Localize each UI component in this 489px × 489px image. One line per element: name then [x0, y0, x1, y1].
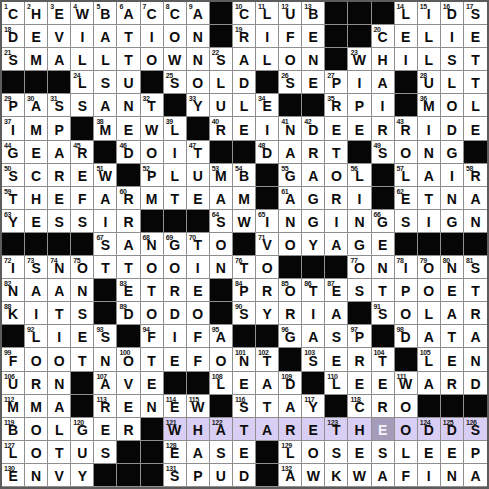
cell-r2c7: I	[141, 25, 164, 48]
cell-letter: L	[240, 99, 249, 116]
cell-r17c20: R	[441, 372, 464, 395]
block-r1c10	[210, 2, 233, 25]
block-r18c19	[418, 395, 441, 418]
clue-number: 96	[281, 326, 288, 333]
cell-letter: I	[311, 307, 315, 324]
cell-letter: A	[239, 53, 249, 70]
clue-number: 43	[397, 118, 404, 125]
cell-r5c12: 34E	[256, 94, 279, 117]
cell-letter: D	[123, 307, 133, 324]
cell-letter: E	[124, 400, 133, 417]
cell-r15c20: T	[441, 325, 464, 348]
cell-r9c3: E	[48, 187, 71, 210]
block-r17c8	[164, 372, 187, 395]
clue-number: 3	[50, 3, 54, 10]
cell-letter: A	[331, 238, 341, 255]
cell-letter: O	[400, 307, 411, 324]
cell-r13c9: E	[187, 279, 210, 302]
cell-r10c4: S	[71, 210, 94, 233]
cell-r1c7: 7C	[141, 2, 164, 25]
cell-r10c1: 63Y	[2, 210, 25, 233]
cell-letter: P	[401, 284, 410, 301]
cell-r21c21: A	[464, 464, 487, 487]
cell-letter: S	[471, 423, 480, 440]
cell-letter: L	[424, 307, 433, 324]
cell-letter: S	[101, 76, 110, 93]
cell-r12c10: N	[210, 256, 233, 279]
cell-r20c9: A	[187, 441, 210, 464]
cell-r19c21: 126S	[464, 418, 487, 441]
cell-letter: B	[8, 423, 18, 440]
cell-letter: E	[147, 377, 156, 394]
block-r12c14	[302, 256, 325, 279]
cell-letter: E	[124, 284, 133, 301]
clue-number: 45	[73, 142, 80, 149]
cell-letter: T	[471, 53, 480, 70]
cell-letter: T	[240, 261, 249, 278]
cell-r12c4: 75O	[71, 256, 94, 279]
cell-r19c14: E	[302, 418, 325, 441]
cell-letter: D	[447, 423, 457, 440]
cell-letter: Y	[78, 469, 87, 486]
cell-letter: E	[355, 446, 364, 463]
cell-r20c14: O	[302, 441, 325, 464]
cell-letter: N	[193, 53, 203, 70]
block-r7c11	[233, 141, 256, 164]
cell-letter: A	[216, 423, 226, 440]
cell-letter: K	[331, 469, 341, 486]
cell-letter: R	[239, 30, 249, 47]
cell-letter: E	[309, 76, 318, 93]
cell-r11c13: O	[279, 233, 302, 256]
clue-number: 32	[143, 95, 150, 102]
cell-r13c17: T	[372, 279, 395, 302]
cell-letter: N	[147, 238, 157, 255]
block-r20c7	[141, 441, 164, 464]
clue-number: 62	[397, 188, 404, 195]
clue-number: 22	[212, 49, 219, 56]
cell-r5c7: 32T	[141, 94, 164, 117]
clue-number: 35	[327, 95, 334, 102]
cell-letter: U	[216, 99, 226, 116]
cell-letter: O	[31, 446, 42, 463]
cell-r3c16: 23W	[348, 48, 371, 71]
cell-r12c3: 74N	[48, 256, 71, 279]
clue-number: 78	[397, 257, 404, 264]
cell-letter: V	[262, 238, 271, 255]
cell-letter: L	[401, 169, 410, 186]
cell-letter: N	[239, 354, 249, 371]
cell-letter: A	[54, 400, 64, 417]
cell-letter: A	[424, 377, 434, 394]
clue-number: 83	[119, 280, 126, 287]
cell-letter: L	[424, 53, 433, 70]
cell-letter: A	[285, 192, 295, 209]
cell-r21c14: W	[302, 464, 325, 487]
cell-letter: E	[78, 330, 87, 347]
block-r5c8	[164, 94, 187, 117]
cell-r9c11: M	[233, 187, 256, 210]
cell-letter: U	[216, 469, 226, 486]
clue-number: 114	[166, 396, 176, 403]
clue-number: 53	[212, 165, 219, 172]
cell-r13c20: E	[441, 279, 464, 302]
clue-number: 120	[73, 419, 83, 426]
cell-r21c9: P	[187, 464, 210, 487]
block-r14c5	[94, 302, 117, 325]
cell-r18c8: 114E	[164, 395, 187, 418]
cell-letter: T	[332, 423, 341, 440]
cell-r20c4: U	[71, 441, 94, 464]
cell-letter: N	[77, 284, 87, 301]
cell-letter: A	[308, 330, 318, 347]
cell-r18c2: M	[25, 395, 48, 418]
cell-letter: E	[424, 446, 433, 463]
clue-number: 117	[304, 396, 314, 403]
cell-r18c11: 116S	[233, 395, 256, 418]
block-r7c10	[210, 141, 233, 164]
clue-number: 59	[4, 188, 11, 195]
cell-letter: W	[168, 53, 181, 70]
clue-number: 11	[258, 3, 265, 10]
cell-letter: W	[353, 469, 366, 486]
cell-r8c4: E	[71, 164, 94, 187]
cell-letter: I	[450, 169, 454, 186]
block-r12c15	[325, 256, 348, 279]
cell-r10c2: E	[25, 210, 48, 233]
cell-r17c21: D	[464, 372, 487, 395]
cell-r18c13: A	[279, 395, 302, 418]
cell-r2c3: V	[48, 25, 71, 48]
clue-number: 47	[189, 142, 196, 149]
cell-letter: S	[8, 169, 17, 186]
block-r5c18	[395, 94, 418, 117]
cell-letter: W	[353, 53, 366, 70]
cell-letter: I	[358, 192, 362, 209]
block-r10c8	[164, 210, 187, 233]
cell-r16c1: 99F	[2, 348, 25, 371]
cell-r9c2: H	[25, 187, 48, 210]
cell-r7c7: O	[141, 141, 164, 164]
cell-letter: C	[31, 169, 41, 186]
cell-letter: Y	[309, 400, 318, 417]
cell-letter: E	[31, 215, 40, 232]
clue-number: 7	[143, 3, 147, 10]
clue-number: 130	[4, 465, 14, 472]
block-r17c4	[71, 372, 94, 395]
cell-r3c8: W	[164, 48, 187, 71]
cell-letter: I	[196, 261, 200, 278]
cell-letter: B	[100, 7, 110, 24]
cell-r6c7: W	[141, 117, 164, 140]
cell-letter: I	[450, 30, 454, 47]
cell-letter: D	[447, 7, 457, 24]
cell-r13c13: 85O	[279, 279, 302, 302]
cell-letter: U	[193, 169, 203, 186]
cell-r16c7: T	[141, 348, 164, 371]
clue-number: 110	[327, 373, 337, 380]
cell-r3c9: N	[187, 48, 210, 71]
cell-r5c1: 29P	[2, 94, 25, 117]
cell-letter: T	[448, 330, 457, 347]
cell-r14c7: O	[141, 302, 164, 325]
cell-letter: U	[8, 377, 18, 394]
clue-number: 94	[143, 326, 150, 333]
cell-letter: C	[8, 7, 18, 24]
block-r9c12	[256, 187, 279, 210]
block-r4c7	[141, 71, 164, 94]
cell-letter: O	[31, 423, 42, 440]
clue-number: 72	[4, 257, 11, 264]
cell-letter: O	[423, 284, 434, 301]
cell-r1c2: 2H	[25, 2, 48, 25]
cell-r6c14: 42D	[302, 117, 325, 140]
cell-letter: T	[147, 354, 156, 371]
cell-r2c9: N	[187, 25, 210, 48]
cell-r16c15: E	[325, 348, 348, 371]
clue-number: 105	[420, 349, 430, 356]
clue-number: 82	[4, 280, 11, 287]
cell-letter: N	[447, 469, 457, 486]
cell-letter: O	[215, 238, 226, 255]
cell-letter: T	[424, 192, 433, 209]
cell-r7c19: N	[418, 141, 441, 164]
cell-letter: T	[240, 423, 249, 440]
clue-number: 101	[235, 349, 245, 356]
cell-letter: P	[147, 169, 156, 186]
cell-letter: H	[193, 423, 203, 440]
clue-number: 98	[397, 326, 404, 333]
block-r16c18	[395, 348, 418, 371]
cell-letter: G	[446, 215, 457, 232]
cell-r13c1: 82N	[2, 279, 25, 302]
cell-r3c10: 22S	[210, 48, 233, 71]
cell-r15c21: A	[464, 325, 487, 348]
cell-r5c16: P	[348, 94, 371, 117]
cell-r17c17: E	[372, 372, 395, 395]
cell-r19c15: 123T	[325, 418, 348, 441]
cell-r3c13: O	[279, 48, 302, 71]
cell-letter: Y	[309, 238, 318, 255]
block-r9c17	[372, 187, 395, 210]
cell-letter: P	[239, 284, 248, 301]
cell-letter: I	[80, 30, 84, 47]
cell-r1c18: 14L	[395, 2, 418, 25]
cell-r4c14: E	[302, 71, 325, 94]
cell-r14c2: I	[25, 302, 48, 325]
clue-number: 9	[189, 3, 193, 10]
cell-letter: S	[286, 76, 295, 93]
cell-r12c17: N	[372, 256, 395, 279]
cell-r18c7: N	[141, 395, 164, 418]
cell-r12c16: 77O	[348, 256, 371, 279]
cell-letter: A	[100, 99, 110, 116]
cell-r8c16: 56L	[348, 164, 371, 187]
cell-r15c2: 92L	[25, 325, 48, 348]
cell-letter: R	[262, 284, 272, 301]
cell-letter: O	[331, 169, 342, 186]
cell-r12c12: O	[256, 256, 279, 279]
cell-r7c14: R	[302, 141, 325, 164]
cell-letter: S	[78, 215, 87, 232]
cell-r16c16: R	[348, 348, 371, 371]
cell-letter: N	[123, 99, 133, 116]
cell-r7c17: 49S	[372, 141, 395, 164]
cell-r17c10: 108L	[210, 372, 233, 395]
clue-number: 125	[443, 419, 453, 426]
cell-r8c10: 53M	[210, 164, 233, 187]
block-r19c7	[141, 418, 164, 441]
block-r11c21	[464, 233, 487, 256]
clue-number: 52	[143, 165, 150, 172]
cell-r4c6: U	[117, 71, 140, 94]
cell-letter: E	[193, 284, 202, 301]
cell-letter: I	[57, 330, 61, 347]
block-r6c9	[187, 117, 210, 140]
cell-letter: M	[30, 53, 42, 70]
cell-letter: T	[124, 30, 133, 47]
cell-letter: P	[8, 99, 17, 116]
cell-r4c8: 25S	[164, 71, 187, 94]
cell-letter: S	[216, 53, 225, 70]
cell-letter: G	[77, 423, 88, 440]
cell-letter: A	[331, 307, 341, 324]
cell-letter: L	[263, 7, 272, 24]
cell-letter: R	[216, 123, 226, 140]
cell-letter: N	[285, 123, 295, 140]
cell-letter: T	[124, 53, 133, 70]
cell-r8c14: A	[302, 164, 325, 187]
cell-letter: S	[378, 146, 387, 163]
cell-letter: M	[238, 192, 250, 209]
cell-letter: F	[286, 30, 295, 47]
cell-r17c3: N	[48, 372, 71, 395]
clue-number: 74	[50, 257, 57, 264]
cell-r20c18: L	[395, 441, 418, 464]
cell-r20c1: 127L	[2, 441, 25, 464]
block-r2c15	[325, 25, 348, 48]
cell-letter: D	[470, 377, 480, 394]
cell-letter: L	[170, 169, 179, 186]
cell-letter: E	[447, 446, 456, 463]
cell-r8c18: 57L	[395, 164, 418, 187]
cell-letter: L	[424, 354, 433, 371]
cell-letter: H	[31, 192, 41, 209]
cell-r2c4: I	[71, 25, 94, 48]
cell-letter: S	[216, 446, 225, 463]
cell-r20c19: E	[418, 441, 441, 464]
cell-r1c11: 10C	[233, 2, 256, 25]
cell-r9c18: 62E	[395, 187, 418, 210]
cell-r21c18: F	[395, 464, 418, 487]
clue-number: 69	[166, 234, 173, 241]
cell-r10c15: I	[325, 210, 348, 233]
cell-letter: R	[378, 400, 388, 417]
cell-r8c2: C	[25, 164, 48, 187]
cell-r4c13: 26S	[279, 71, 302, 94]
cell-letter: W	[307, 469, 320, 486]
clue-number: 65	[258, 211, 265, 218]
clue-number: 129	[281, 442, 291, 449]
cell-r9c16: I	[348, 187, 371, 210]
crossword-grid: 1C2H3E4W5B6A7C8C9A10C11L12U13B14L15I16D1…	[0, 0, 489, 489]
cell-letter: R	[354, 354, 364, 371]
cell-r2c11: 19R	[233, 25, 256, 48]
cell-r1c8: 8C	[164, 2, 187, 25]
cell-r5c4: S	[71, 94, 94, 117]
cell-r12c1: 72I	[2, 256, 25, 279]
clue-number: 48	[258, 142, 265, 149]
cell-letter: W	[237, 215, 250, 232]
block-r1c15	[325, 2, 348, 25]
cell-letter: A	[470, 330, 480, 347]
cell-r3c6: T	[117, 48, 140, 71]
cell-r11c6: A	[117, 233, 140, 256]
cell-r9c9: E	[187, 187, 210, 210]
cell-letter: W	[168, 423, 181, 440]
cell-letter: S	[471, 7, 480, 24]
cell-r4c15: 27P	[325, 71, 348, 94]
cell-r1c19: 15I	[418, 2, 441, 25]
block-r11c18	[395, 233, 418, 256]
cell-letter: I	[404, 53, 408, 70]
block-r16c13	[279, 348, 302, 371]
cell-letter: S	[8, 53, 17, 70]
cell-letter: R	[308, 146, 318, 163]
cell-r9c6: 60R	[117, 187, 140, 210]
cell-letter: D	[424, 423, 434, 440]
cell-letter: T	[471, 76, 480, 93]
clue-number: 57	[397, 165, 404, 172]
clue-number: 5	[96, 3, 100, 10]
cell-r21c3: V	[48, 464, 71, 487]
cell-r19c16: H	[348, 418, 371, 441]
clue-number: 121	[166, 419, 176, 426]
cell-letter: W	[145, 123, 158, 140]
cell-letter: I	[11, 123, 15, 140]
cell-r12c11: 76T	[233, 256, 256, 279]
cell-r5c15: 35R	[325, 94, 348, 117]
cell-r5c11: L	[233, 94, 256, 117]
cell-r3c20: S	[441, 48, 464, 71]
cell-letter: L	[263, 53, 272, 70]
cell-letter: D	[308, 123, 318, 140]
cell-letter: H	[31, 7, 41, 24]
cell-letter: E	[332, 123, 341, 140]
clue-number: 54	[235, 165, 242, 172]
block-r4c12	[256, 71, 279, 94]
cell-letter: I	[173, 330, 177, 347]
cell-letter: S	[471, 261, 480, 278]
cell-r6c5: 38M	[94, 117, 117, 140]
cell-letter: P	[355, 330, 364, 347]
cell-letter: S	[239, 400, 248, 417]
clue-number: 71	[258, 234, 265, 241]
cell-r1c4: 4W	[71, 2, 94, 25]
cell-letter: I	[103, 215, 107, 232]
cell-letter: N	[193, 30, 203, 47]
cell-letter: M	[423, 99, 435, 116]
cell-r18c5: 113R	[94, 395, 117, 418]
cell-r15c15: S	[325, 325, 348, 348]
clue-number: 4	[73, 3, 77, 10]
cell-letter: I	[11, 261, 15, 278]
clue-number: 113	[96, 396, 106, 403]
clue-number: 107	[96, 373, 106, 380]
cell-r6c21: E	[464, 117, 487, 140]
cell-r5c10: U	[210, 94, 233, 117]
clue-number: 93	[96, 326, 103, 333]
